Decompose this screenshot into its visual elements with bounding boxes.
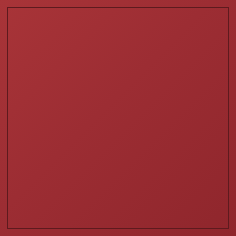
board-frame — [0, 0, 236, 236]
chess-board — [7, 7, 229, 229]
